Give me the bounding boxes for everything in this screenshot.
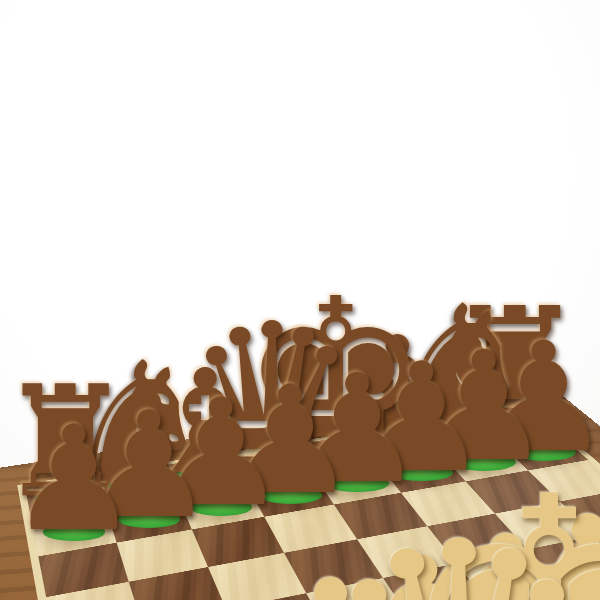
board-playing-field [25, 408, 600, 600]
chess-set-photo: ♜♞♝♛♚♝♞♜♟♟♟♟♟♟♟♟♟♟♟♟♟♟♟♟♜♞♝♛♚♝♞♜ [0, 0, 600, 600]
chess-board [0, 385, 600, 600]
